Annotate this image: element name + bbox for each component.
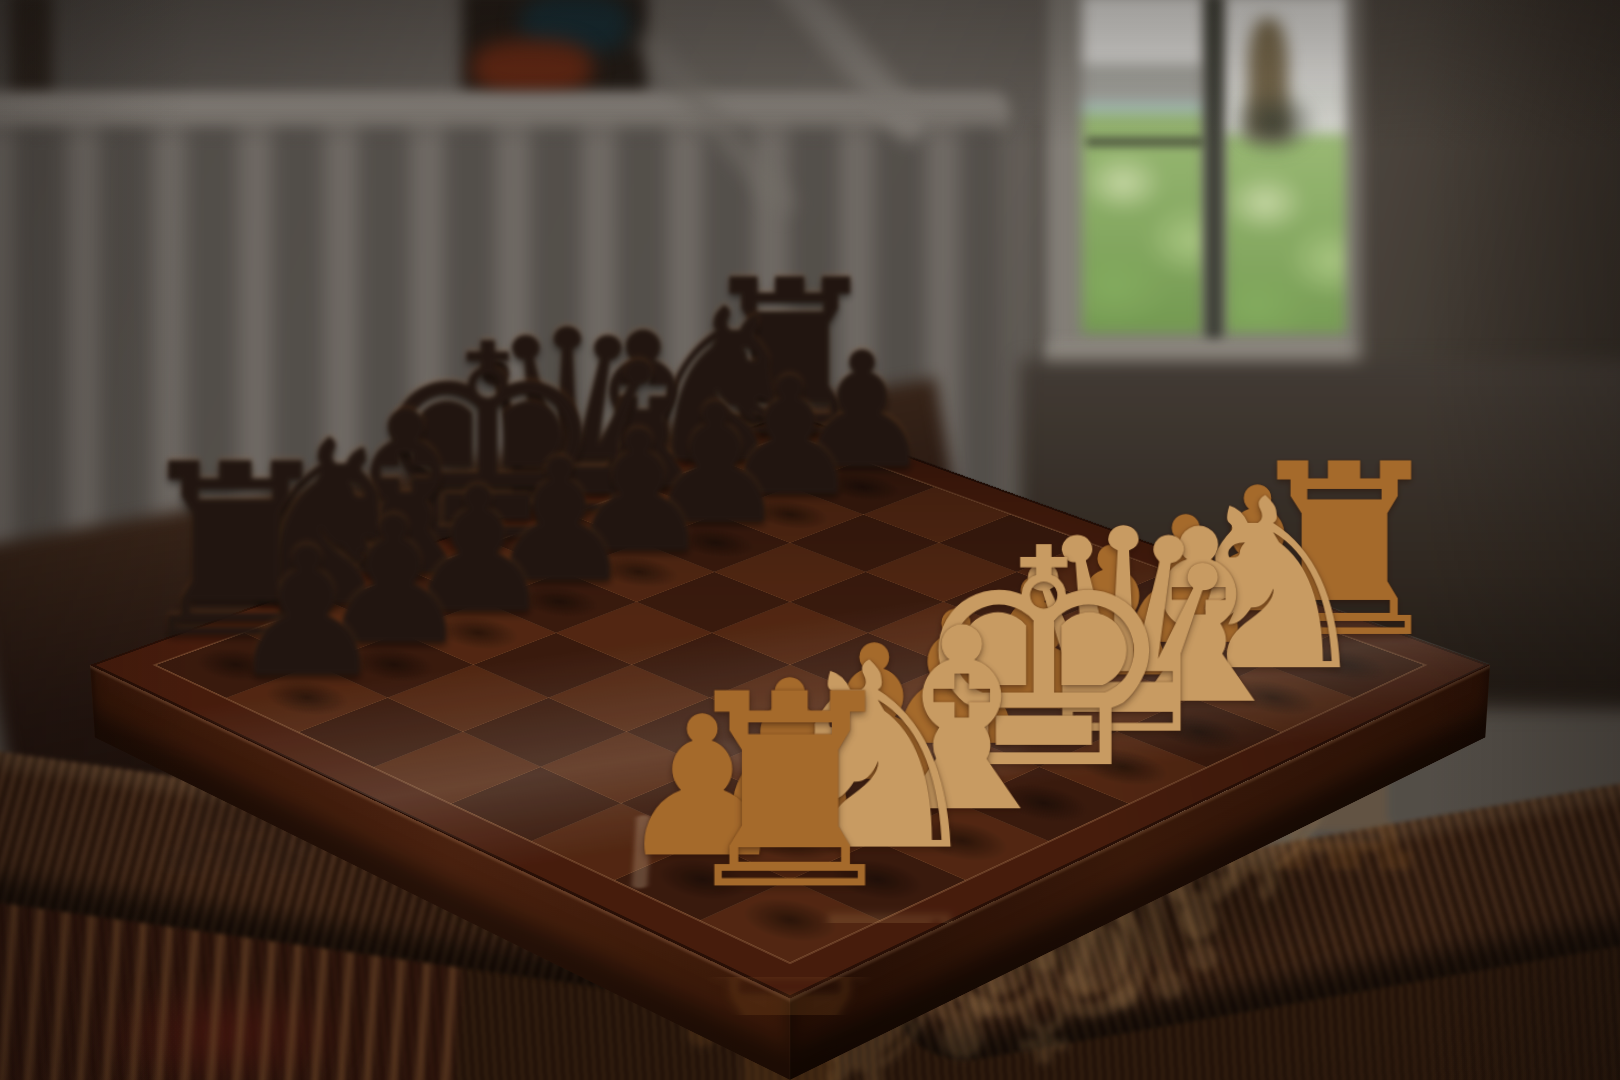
rook-glyph: ♜ bbox=[670, 666, 910, 920]
board-scene: ♜♜♞♞♝♝♛♛♚♚♝♝♞♞♜♜♟♟♟♟♟♟♟♟♟♟♟♟♟♟♟♟♟♟♟♟♟♟♟♟… bbox=[0, 0, 1620, 1080]
photo-room-scene: ♜♜♞♞♝♝♛♛♚♚♝♝♞♞♜♜♟♟♟♟♟♟♟♟♟♟♟♟♟♟♟♟♟♟♟♟♟♟♟♟… bbox=[0, 0, 1620, 1080]
chess-board: ♜♜♞♞♝♝♛♛♚♚♝♝♞♞♜♜♟♟♟♟♟♟♟♟♟♟♟♟♟♟♟♟♟♟♟♟♟♟♟♟… bbox=[90, 414, 1490, 999]
pawn-glyph: ♟ bbox=[227, 529, 386, 698]
piece-white-rook-h1: ♜♜ bbox=[701, 880, 879, 962]
